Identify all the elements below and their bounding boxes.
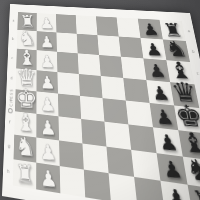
square-d4[interactable] xyxy=(79,74,103,98)
squares-grid: ♜♟♟♜♞♟♟♞♝♟♟♝♛♟♟♛♚♟♟♚♝♟♟♝♞♟♟♞♜♟♟♜ xyxy=(13,12,200,200)
square-h5[interactable] xyxy=(109,173,138,200)
square-e3[interactable] xyxy=(58,94,81,119)
square-c4[interactable] xyxy=(78,53,101,76)
edge-labels: abcdefghabcdefgh xyxy=(10,4,190,13)
piece-white-pawn-g2[interactable]: ♟ xyxy=(39,142,57,164)
square-a3[interactable] xyxy=(56,14,77,34)
square-g3[interactable] xyxy=(59,140,84,169)
square-b3[interactable] xyxy=(56,32,77,53)
square-h3[interactable] xyxy=(60,166,86,197)
square-g4[interactable] xyxy=(82,143,108,173)
square-f5[interactable] xyxy=(104,122,131,150)
square-f2[interactable]: ♟ xyxy=(36,114,59,141)
piece-black-pawn-a7[interactable]: ♟ xyxy=(141,22,161,38)
coordinate-label-left-g: g xyxy=(5,143,13,149)
piece-white-pawn-f2[interactable]: ♟ xyxy=(39,118,57,138)
coordinate-label-left-b: b xyxy=(9,37,16,41)
coordinate-label-right-b: b xyxy=(188,49,198,54)
square-c6[interactable] xyxy=(121,57,146,80)
piece-black-pawn-h7[interactable]: ♟ xyxy=(164,186,189,200)
square-h1[interactable]: ♜ xyxy=(13,159,37,189)
piece-black-pawn-e7[interactable]: ♟ xyxy=(153,107,176,128)
square-d3[interactable] xyxy=(57,72,80,96)
brand-logo-icon xyxy=(8,108,13,114)
square-b5[interactable] xyxy=(97,35,120,57)
piece-white-pawn-a2[interactable]: ♟ xyxy=(39,16,55,31)
piece-white-pawn-d2[interactable]: ♟ xyxy=(39,74,56,92)
square-c3[interactable] xyxy=(57,52,79,74)
square-g5[interactable] xyxy=(106,147,134,177)
piece-white-pawn-e2[interactable]: ♟ xyxy=(39,95,56,114)
coordinate-label-left-d: d xyxy=(8,76,16,81)
coordinate-label-left-f: f xyxy=(6,120,14,125)
piece-white-rook-h1[interactable]: ♜ xyxy=(15,161,35,187)
coordinate-label-left-e: e xyxy=(7,97,15,102)
square-h8[interactable]: ♜ xyxy=(188,185,200,200)
coordinate-label-left-a: a xyxy=(10,19,17,23)
piece-white-pawn-c2[interactable]: ♟ xyxy=(39,54,55,71)
square-h4[interactable] xyxy=(84,170,111,200)
square-c2[interactable]: ♟ xyxy=(37,50,58,72)
piece-black-pawn-f7[interactable]: ♟ xyxy=(156,132,179,154)
piece-black-pawn-b7[interactable]: ♟ xyxy=(143,42,163,59)
square-b4[interactable] xyxy=(77,34,99,55)
square-e4[interactable] xyxy=(80,96,104,122)
coordinate-label-left-h: h xyxy=(4,168,13,174)
square-b6[interactable] xyxy=(119,37,144,59)
square-d5[interactable] xyxy=(101,76,126,101)
square-g1[interactable]: ♞ xyxy=(14,135,37,163)
coordinate-label-right-c: c xyxy=(193,71,200,76)
coordinate-label-left-c: c xyxy=(8,56,15,60)
square-h2[interactable]: ♟ xyxy=(36,163,60,194)
square-e5[interactable] xyxy=(103,98,129,124)
piece-white-knight-g1[interactable]: ♞ xyxy=(14,134,36,161)
coordinate-label-right-a: a xyxy=(184,29,193,33)
square-d2[interactable]: ♟ xyxy=(36,70,57,93)
square-g2[interactable]: ♟ xyxy=(36,137,59,166)
piece-black-pawn-d7[interactable]: ♟ xyxy=(149,84,171,103)
piece-black-pawn-c7[interactable]: ♟ xyxy=(146,62,167,80)
square-a6[interactable] xyxy=(117,17,141,38)
square-e2[interactable]: ♟ xyxy=(36,91,58,116)
square-a4[interactable] xyxy=(76,15,98,35)
piece-black-rook-h8[interactable]: ♜ xyxy=(189,187,200,200)
piece-white-pawn-h2[interactable]: ♟ xyxy=(39,168,58,192)
chess-board: CHESS ♜♟♟♜♞♟♟♞♝♟♟♝♛♟♟♛♚♟♟♚♝♟♟♝♞♟♟♞♜♟♟♜ a… xyxy=(2,4,200,200)
square-f4[interactable] xyxy=(81,119,106,147)
square-f3[interactable] xyxy=(58,116,82,143)
square-c5[interactable] xyxy=(99,55,123,78)
piece-black-pawn-g7[interactable]: ♟ xyxy=(160,158,184,182)
chessboard-photo: CHESS ♜♟♟♜♞♟♟♞♝♟♟♝♛♟♟♛♚♟♟♚♝♟♟♝♞♟♟♞♜♟♟♜ a… xyxy=(0,0,200,200)
square-a2[interactable]: ♟ xyxy=(37,13,57,32)
piece-white-pawn-b2[interactable]: ♟ xyxy=(39,35,55,51)
square-a5[interactable] xyxy=(96,16,119,36)
square-b2[interactable]: ♟ xyxy=(37,31,57,52)
